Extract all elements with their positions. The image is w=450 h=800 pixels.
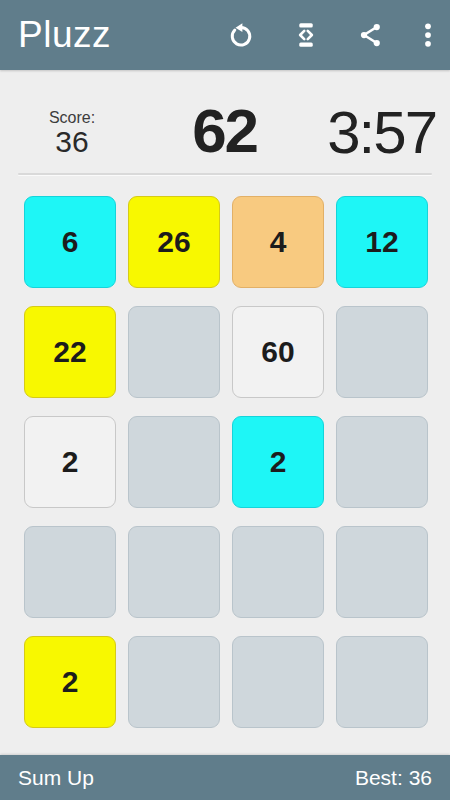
undo-button[interactable] [225,19,257,51]
best-score: Best: 36 [355,766,432,790]
tile-r1c2[interactable]: 26 [128,196,220,288]
overflow-menu-icon [413,20,443,50]
game-board: 6264122260222 [0,175,450,728]
timer: 3:57 [327,108,436,157]
tile-r1c4[interactable]: 12 [336,196,428,288]
pluzz-app: Pluzz [0,0,450,800]
tile-value: 12 [365,225,398,259]
tile-r2c3[interactable]: 60 [232,306,324,398]
score-value: 36 [22,127,122,157]
score-block: Score: 36 [22,109,122,157]
tile-r3c1[interactable]: 2 [24,416,116,508]
undo-icon [226,20,256,50]
tile-r5c2[interactable] [128,636,220,728]
tile-r4c1[interactable] [24,526,116,618]
share-icon [356,20,386,50]
tile-r5c3[interactable] [232,636,324,728]
swap-screen-icon [291,20,321,50]
tile-value: 6 [62,225,79,259]
tile-r2c4[interactable] [336,306,428,398]
tile-value: 2 [62,445,79,479]
mode-label: Sum Up [18,766,94,790]
share-button[interactable] [355,19,387,51]
tile-r3c2[interactable] [128,416,220,508]
tile-r3c3[interactable]: 2 [232,416,324,508]
tile-value: 22 [53,335,86,369]
app-bar: Pluzz [0,0,450,70]
tile-value: 60 [261,335,294,369]
tile-r2c1[interactable]: 22 [24,306,116,398]
tile-r4c3[interactable] [232,526,324,618]
scoreboard: Score: 36 62 3:57 [0,70,450,173]
overflow-menu-button[interactable] [420,19,436,51]
tile-value: 4 [270,225,287,259]
tile-value: 2 [62,665,79,699]
tile-r4c4[interactable] [336,526,428,618]
app-bar-actions [225,19,436,51]
tile-value: 26 [157,225,190,259]
tile-r1c3[interactable]: 4 [232,196,324,288]
tile-value: 2 [270,445,287,479]
current-sum: 62 [122,106,327,157]
tile-r4c2[interactable] [128,526,220,618]
tile-r5c1[interactable]: 2 [24,636,116,728]
app-title: Pluzz [18,14,111,56]
swap-screen-button[interactable] [290,19,322,51]
tile-r3c4[interactable] [336,416,428,508]
tile-r2c2[interactable] [128,306,220,398]
tile-r1c1[interactable]: 6 [24,196,116,288]
bottom-bar: Sum Up Best: 36 [0,755,450,800]
tile-r5c4[interactable] [336,636,428,728]
